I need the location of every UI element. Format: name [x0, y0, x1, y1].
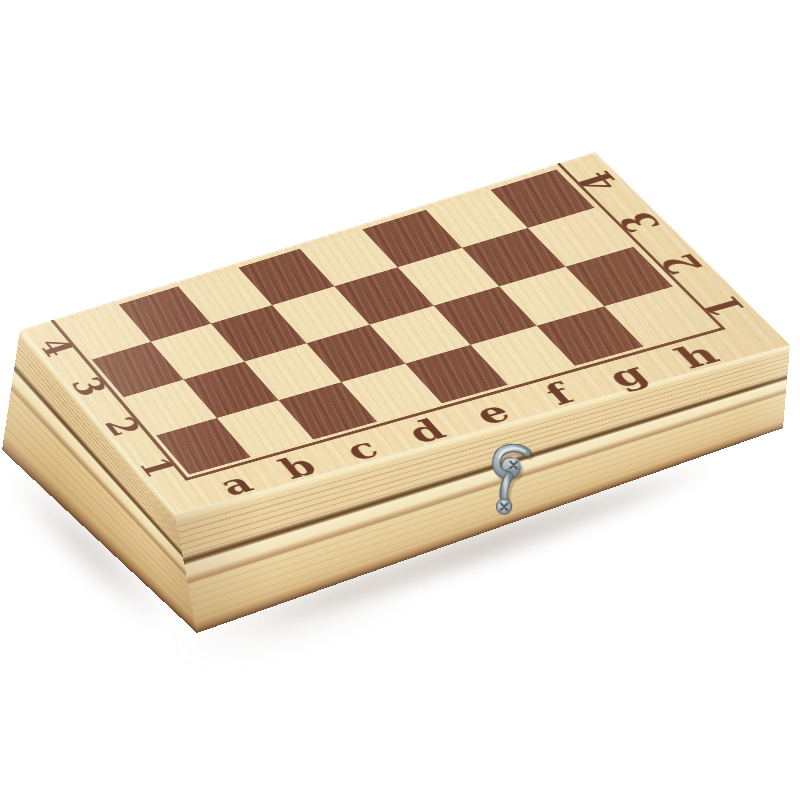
chess-box-photo: 44332211abcdefgh [0, 0, 800, 800]
rank-label-right-2: 2 [654, 249, 710, 279]
rank-label-right-1: 1 [697, 291, 754, 322]
rank-label-left-1: 1 [133, 453, 180, 481]
rank-label-left-2: 2 [99, 413, 146, 441]
rank-label-left-4: 4 [33, 334, 78, 362]
metal-hook-latch-icon [485, 443, 542, 521]
rank-label-right-4: 4 [572, 166, 626, 196]
latch-screw-bottom [496, 499, 512, 515]
rank-label-left-3: 3 [66, 373, 112, 401]
rank-label-right-3: 3 [613, 207, 668, 237]
